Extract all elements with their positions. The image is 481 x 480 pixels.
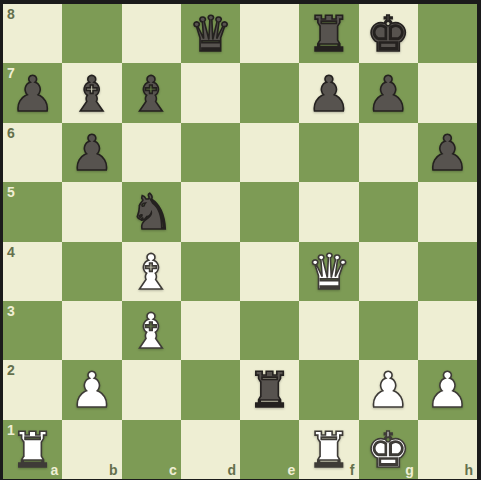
square-d8[interactable]: ♛	[181, 4, 240, 63]
square-d7[interactable]	[181, 63, 240, 122]
square-g8[interactable]: ♚	[359, 4, 418, 63]
square-a1[interactable]: 1a♜	[3, 420, 62, 479]
rank-label-5: 5	[7, 185, 15, 199]
square-b1[interactable]: b	[62, 420, 121, 479]
square-h2[interactable]: ♟	[418, 360, 477, 419]
square-e2[interactable]: ♜	[240, 360, 299, 419]
square-b6[interactable]: ♟	[62, 123, 121, 182]
piece-black-pawn-g7[interactable]: ♟	[366, 68, 410, 119]
piece-black-pawn-h6[interactable]: ♟	[425, 127, 469, 178]
square-g6[interactable]	[359, 123, 418, 182]
piece-white-bishop-c4[interactable]: ♝	[129, 246, 173, 297]
rank-label-6: 6	[7, 126, 15, 140]
square-h4[interactable]	[418, 242, 477, 301]
square-b7[interactable]: ♝	[62, 63, 121, 122]
square-h6[interactable]: ♟	[418, 123, 477, 182]
piece-black-rook-f8[interactable]: ♜	[307, 8, 351, 59]
square-h1[interactable]: h	[418, 420, 477, 479]
square-b4[interactable]	[62, 242, 121, 301]
square-e6[interactable]	[240, 123, 299, 182]
square-e5[interactable]	[240, 182, 299, 241]
rank-label-3: 3	[7, 304, 15, 318]
piece-black-pawn-b6[interactable]: ♟	[70, 127, 114, 178]
square-d3[interactable]	[181, 301, 240, 360]
square-b2[interactable]: ♟	[62, 360, 121, 419]
square-g4[interactable]	[359, 242, 418, 301]
square-h3[interactable]	[418, 301, 477, 360]
square-g3[interactable]	[359, 301, 418, 360]
piece-white-king-g1[interactable]: ♚	[366, 424, 410, 475]
square-c2[interactable]	[122, 360, 181, 419]
square-b5[interactable]	[62, 182, 121, 241]
square-e4[interactable]	[240, 242, 299, 301]
piece-white-rook-f1[interactable]: ♜	[307, 424, 351, 475]
square-h7[interactable]	[418, 63, 477, 122]
square-g2[interactable]: ♟	[359, 360, 418, 419]
square-g5[interactable]	[359, 182, 418, 241]
file-label-h: h	[464, 463, 473, 477]
square-f6[interactable]	[299, 123, 358, 182]
square-f2[interactable]	[299, 360, 358, 419]
piece-black-pawn-a7[interactable]: ♟	[11, 68, 55, 119]
chess-board-frame: 8♛♜♚7♟♝♝♟♟6♟♟5♞4♝♛3♝2♟♜♟♟1a♜bcdef♜g♚h	[0, 0, 481, 480]
square-g7[interactable]: ♟	[359, 63, 418, 122]
rank-label-8: 8	[7, 7, 15, 21]
square-a6[interactable]: 6	[3, 123, 62, 182]
square-c3[interactable]: ♝	[122, 301, 181, 360]
square-h8[interactable]	[418, 4, 477, 63]
square-f5[interactable]	[299, 182, 358, 241]
piece-black-queen-d8[interactable]: ♛	[188, 8, 232, 59]
piece-white-rook-a1[interactable]: ♜	[11, 424, 55, 475]
square-c5[interactable]: ♞	[122, 182, 181, 241]
square-d1[interactable]: d	[181, 420, 240, 479]
square-a5[interactable]: 5	[3, 182, 62, 241]
piece-black-knight-c5[interactable]: ♞	[129, 186, 173, 237]
square-c7[interactable]: ♝	[122, 63, 181, 122]
square-a3[interactable]: 3	[3, 301, 62, 360]
rank-label-4: 4	[7, 245, 15, 259]
chess-board: 8♛♜♚7♟♝♝♟♟6♟♟5♞4♝♛3♝2♟♜♟♟1a♜bcdef♜g♚h	[3, 4, 477, 479]
square-d2[interactable]	[181, 360, 240, 419]
square-d5[interactable]	[181, 182, 240, 241]
square-b8[interactable]	[62, 4, 121, 63]
file-label-b: b	[109, 463, 118, 477]
square-a7[interactable]: 7♟	[3, 63, 62, 122]
square-a2[interactable]: 2	[3, 360, 62, 419]
piece-white-pawn-h2[interactable]: ♟	[425, 364, 469, 415]
square-f3[interactable]	[299, 301, 358, 360]
square-e7[interactable]	[240, 63, 299, 122]
piece-white-bishop-c3[interactable]: ♝	[129, 305, 173, 356]
piece-black-king-g8[interactable]: ♚	[366, 8, 410, 59]
square-e3[interactable]	[240, 301, 299, 360]
piece-white-queen-f4[interactable]: ♛	[307, 246, 351, 297]
square-g1[interactable]: g♚	[359, 420, 418, 479]
square-d6[interactable]	[181, 123, 240, 182]
square-h5[interactable]	[418, 182, 477, 241]
piece-black-rook-e2[interactable]: ♜	[248, 364, 292, 415]
square-f1[interactable]: f♜	[299, 420, 358, 479]
square-e8[interactable]	[240, 4, 299, 63]
square-d4[interactable]	[181, 242, 240, 301]
piece-black-bishop-b7[interactable]: ♝	[70, 68, 114, 119]
square-f8[interactable]: ♜	[299, 4, 358, 63]
square-e1[interactable]: e	[240, 420, 299, 479]
piece-white-pawn-b2[interactable]: ♟	[70, 364, 114, 415]
square-c4[interactable]: ♝	[122, 242, 181, 301]
square-b3[interactable]	[62, 301, 121, 360]
piece-black-pawn-f7[interactable]: ♟	[307, 68, 351, 119]
square-a8[interactable]: 8	[3, 4, 62, 63]
square-f4[interactable]: ♛	[299, 242, 358, 301]
square-a4[interactable]: 4	[3, 242, 62, 301]
square-c6[interactable]	[122, 123, 181, 182]
piece-black-bishop-c7[interactable]: ♝	[129, 68, 173, 119]
square-c1[interactable]: c	[122, 420, 181, 479]
piece-white-pawn-g2[interactable]: ♟	[366, 364, 410, 415]
file-label-e: e	[287, 463, 295, 477]
file-label-d: d	[227, 463, 236, 477]
rank-label-2: 2	[7, 363, 15, 377]
file-label-c: c	[169, 463, 177, 477]
square-c8[interactable]	[122, 4, 181, 63]
square-f7[interactable]: ♟	[299, 63, 358, 122]
